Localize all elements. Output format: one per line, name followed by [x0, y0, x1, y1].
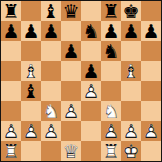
white-pawn-piece[interactable]: ♟♙	[61, 101, 81, 121]
square-d8[interactable]: ♛	[61, 1, 81, 21]
white-bishop-piece[interactable]: ♝♗	[121, 61, 141, 81]
black-pawn-piece[interactable]: ♟	[41, 21, 61, 41]
piece-glyph: ♟	[81, 61, 101, 81]
white-pawn-piece[interactable]: ♟♙	[121, 121, 141, 141]
square-h6[interactable]	[141, 41, 161, 61]
white-king-piece[interactable]: ♚♔	[121, 141, 141, 161]
square-e5[interactable]: ♟	[81, 61, 101, 81]
piece-outline-glyph: ♔	[121, 141, 141, 161]
piece-glyph: ♜	[1, 1, 21, 21]
black-pawn-piece[interactable]: ♟	[81, 61, 101, 81]
square-g4[interactable]	[121, 81, 141, 101]
piece-glyph: ♝	[21, 81, 41, 101]
square-a5[interactable]	[1, 61, 21, 81]
square-d3[interactable]: ♟♙	[61, 101, 81, 121]
square-d7[interactable]	[61, 21, 81, 41]
square-h2[interactable]: ♟♙	[141, 121, 161, 141]
black-pawn-piece[interactable]: ♟	[61, 41, 81, 61]
square-b3[interactable]	[21, 101, 41, 121]
square-b4[interactable]: ♝	[21, 81, 41, 101]
square-b7[interactable]: ♟	[21, 21, 41, 41]
piece-outline-glyph: ♘	[41, 101, 61, 121]
piece-outline-glyph: ♙	[101, 121, 121, 141]
white-pawn-piece[interactable]: ♟♙	[141, 121, 161, 141]
square-a7[interactable]: ♟	[1, 21, 21, 41]
square-f6[interactable]: ♞	[101, 41, 121, 61]
white-rook-piece[interactable]: ♜♖	[101, 141, 121, 161]
piece-glyph: ♛	[61, 1, 81, 21]
white-pawn-piece[interactable]: ♟♙	[41, 121, 61, 141]
piece-outline-glyph: ♙	[81, 81, 101, 101]
square-h3[interactable]	[141, 101, 161, 121]
piece-glyph: ♚	[121, 1, 141, 21]
square-c8[interactable]: ♝	[41, 1, 61, 21]
white-pawn-piece[interactable]: ♟♙	[81, 81, 101, 101]
square-e8[interactable]	[81, 1, 101, 21]
square-h8[interactable]	[141, 1, 161, 21]
black-rook-piece[interactable]: ♜	[1, 1, 21, 21]
white-rook-piece[interactable]: ♜♖	[1, 141, 21, 161]
white-knight-piece[interactable]: ♞♘	[101, 101, 121, 121]
white-queen-piece[interactable]: ♛♕	[61, 141, 81, 161]
square-c6[interactable]	[41, 41, 61, 61]
square-d5[interactable]	[61, 61, 81, 81]
square-f4[interactable]	[101, 81, 121, 101]
square-g8[interactable]: ♚	[121, 1, 141, 21]
square-f1[interactable]: ♜♖	[101, 141, 121, 161]
square-f8[interactable]: ♜	[101, 1, 121, 21]
square-b6[interactable]	[21, 41, 41, 61]
square-c1[interactable]	[41, 141, 61, 161]
square-c5[interactable]	[41, 61, 61, 81]
square-g5[interactable]: ♝♗	[121, 61, 141, 81]
piece-outline-glyph: ♖	[1, 141, 21, 161]
black-pawn-piece[interactable]: ♟	[101, 21, 121, 41]
square-a6[interactable]	[1, 41, 21, 61]
square-e6[interactable]	[81, 41, 101, 61]
piece-glyph: ♟	[101, 21, 121, 41]
piece-glyph: ♞	[81, 21, 101, 41]
square-f2[interactable]: ♟♙	[101, 121, 121, 141]
black-rook-piece[interactable]: ♜	[101, 1, 121, 21]
piece-glyph: ♟	[41, 21, 61, 41]
square-c3[interactable]: ♞♘	[41, 101, 61, 121]
square-a8[interactable]: ♜	[1, 1, 21, 21]
piece-outline-glyph: ♙	[121, 121, 141, 141]
black-bishop-piece[interactable]: ♝	[21, 81, 41, 101]
piece-outline-glyph: ♖	[101, 141, 121, 161]
square-h1[interactable]	[141, 141, 161, 161]
white-pawn-piece[interactable]: ♟♙	[1, 121, 21, 141]
square-e7[interactable]: ♞	[81, 21, 101, 41]
piece-glyph: ♜	[101, 1, 121, 21]
black-pawn-piece[interactable]: ♟	[1, 21, 21, 41]
black-queen-piece[interactable]: ♛	[61, 1, 81, 21]
square-h5[interactable]	[141, 61, 161, 81]
white-knight-piece[interactable]: ♞♘	[41, 101, 61, 121]
piece-outline-glyph: ♙	[1, 121, 21, 141]
piece-outline-glyph: ♗	[21, 61, 41, 81]
square-c4[interactable]	[41, 81, 61, 101]
white-pawn-piece[interactable]: ♟♙	[101, 121, 121, 141]
piece-outline-glyph: ♘	[101, 101, 121, 121]
square-d1[interactable]: ♛♕	[61, 141, 81, 161]
piece-outline-glyph: ♕	[61, 141, 81, 161]
chess-board: ♜♝♛♜♚♟♟♟♞♟♟♟♟♞♝♗♟♝♗♝♟♙♞♘♟♙♞♘♟♙♟♙♟♙♟♙♟♙♟♙…	[0, 0, 162, 162]
square-d2[interactable]	[61, 121, 81, 141]
square-g6[interactable]	[121, 41, 141, 61]
square-h7[interactable]: ♟	[141, 21, 161, 41]
black-bishop-piece[interactable]: ♝	[41, 1, 61, 21]
piece-glyph: ♟	[121, 21, 141, 41]
square-c7[interactable]: ♟	[41, 21, 61, 41]
piece-glyph: ♟	[61, 41, 81, 61]
square-g1[interactable]: ♚♔	[121, 141, 141, 161]
square-a2[interactable]: ♟♙	[1, 121, 21, 141]
piece-glyph: ♟	[1, 21, 21, 41]
square-e2[interactable]	[81, 121, 101, 141]
piece-outline-glyph: ♗	[121, 61, 141, 81]
piece-glyph: ♞	[101, 41, 121, 61]
black-pawn-piece[interactable]: ♟	[21, 21, 41, 41]
piece-glyph: ♟	[141, 21, 161, 41]
square-d4[interactable]	[61, 81, 81, 101]
white-bishop-piece[interactable]: ♝♗	[21, 61, 41, 81]
square-e1[interactable]	[81, 141, 101, 161]
piece-outline-glyph: ♙	[41, 121, 61, 141]
square-f3[interactable]: ♞♘	[101, 101, 121, 121]
square-d6[interactable]: ♟	[61, 41, 81, 61]
piece-outline-glyph: ♙	[21, 121, 41, 141]
square-c2[interactable]: ♟♙	[41, 121, 61, 141]
square-h4[interactable]	[141, 81, 161, 101]
square-a4[interactable]	[1, 81, 21, 101]
square-a1[interactable]: ♜♖	[1, 141, 21, 161]
square-e3[interactable]	[81, 101, 101, 121]
square-b2[interactable]: ♟♙	[21, 121, 41, 141]
square-a3[interactable]	[1, 101, 21, 121]
black-knight-piece[interactable]: ♞	[101, 41, 121, 61]
black-knight-piece[interactable]: ♞	[81, 21, 101, 41]
black-king-piece[interactable]: ♚	[121, 1, 141, 21]
square-g7[interactable]: ♟	[121, 21, 141, 41]
white-pawn-piece[interactable]: ♟♙	[21, 121, 41, 141]
piece-outline-glyph: ♙	[61, 101, 81, 121]
square-b8[interactable]	[21, 1, 41, 21]
piece-glyph: ♟	[21, 21, 41, 41]
square-g2[interactable]: ♟♙	[121, 121, 141, 141]
square-e4[interactable]: ♟♙	[81, 81, 101, 101]
square-b5[interactable]: ♝♗	[21, 61, 41, 81]
black-pawn-piece[interactable]: ♟	[141, 21, 161, 41]
piece-glyph: ♝	[41, 1, 61, 21]
square-f7[interactable]: ♟	[101, 21, 121, 41]
square-g3[interactable]	[121, 101, 141, 121]
square-f5[interactable]	[101, 61, 121, 81]
black-pawn-piece[interactable]: ♟	[121, 21, 141, 41]
square-b1[interactable]	[21, 141, 41, 161]
piece-outline-glyph: ♙	[141, 121, 161, 141]
